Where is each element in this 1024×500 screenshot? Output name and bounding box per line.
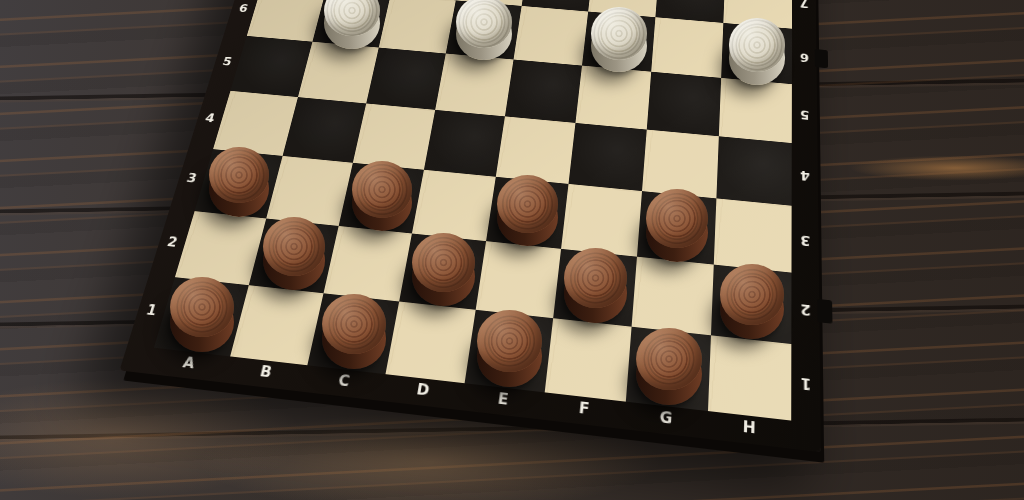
square-g4[interactable]: [642, 130, 719, 199]
square-h4[interactable]: [716, 136, 791, 205]
rank-label-right-5: 5: [792, 84, 818, 145]
brown-checker-face: [564, 248, 628, 308]
rank-label-right-2: 2: [791, 273, 819, 348]
brown-checker-face: [352, 161, 413, 218]
brown-checker-face: [170, 277, 234, 337]
square-g6[interactable]: [651, 17, 723, 78]
brown-checker-face: [322, 294, 387, 355]
piece-white-f6[interactable]: [591, 7, 647, 73]
brown-checker-face: [646, 189, 708, 247]
white-checker-face: [591, 7, 647, 60]
piece-brown-g1[interactable]: [636, 328, 702, 405]
square-b4[interactable]: [283, 97, 367, 163]
square-b5[interactable]: [298, 42, 379, 104]
square-d3[interactable]: [412, 170, 496, 241]
square-c2[interactable]: [324, 226, 412, 302]
square-e6[interactable]: [514, 6, 589, 66]
square-f5[interactable]: [575, 66, 651, 130]
board-hinge-clasp-bottom: [817, 299, 832, 324]
brown-checker-face: [636, 328, 702, 390]
rank-labels-right: 87654321: [791, 0, 820, 424]
square-h3[interactable]: [714, 198, 792, 272]
square-c6[interactable]: [379, 0, 456, 54]
rank-label-right-1: 1: [791, 344, 820, 424]
piece-brown-e3[interactable]: [497, 175, 558, 246]
piece-brown-f2[interactable]: [564, 248, 628, 322]
brown-checker-face: [209, 147, 269, 203]
piece-brown-a1[interactable]: [170, 277, 234, 352]
brown-checker-face: [263, 217, 325, 275]
piece-brown-g3[interactable]: [646, 189, 708, 261]
piece-brown-e1[interactable]: [477, 310, 542, 386]
square-e4[interactable]: [496, 116, 576, 184]
square-d4[interactable]: [424, 110, 505, 177]
square-c5[interactable]: [366, 48, 446, 110]
square-g2[interactable]: [632, 257, 714, 336]
piece-brown-b2[interactable]: [263, 217, 325, 290]
brown-checker-face: [412, 233, 475, 292]
square-d5[interactable]: [435, 54, 513, 117]
rank-label-right-7: 7: [792, 0, 816, 31]
rank-label-right-6: 6: [792, 29, 817, 87]
piece-white-d6[interactable]: [456, 0, 512, 60]
rank-label-right-4: 4: [792, 143, 819, 208]
board-hinge-clasp-top: [815, 49, 828, 68]
piece-white-b6[interactable]: [324, 0, 379, 49]
square-d1[interactable]: [385, 301, 475, 383]
square-e2[interactable]: [476, 241, 561, 318]
square-f3[interactable]: [561, 184, 642, 257]
square-e5[interactable]: [505, 60, 582, 123]
piece-brown-d2[interactable]: [412, 233, 475, 306]
brown-checker-face: [720, 264, 784, 325]
square-h1[interactable]: [708, 335, 791, 420]
square-g5[interactable]: [647, 72, 721, 137]
square-f1[interactable]: [545, 318, 632, 401]
wood-table-scene: ABCDEFGH 87654321 87654321: [0, 0, 1024, 500]
rank-label-right-3: 3: [791, 206, 818, 276]
brown-checker-face: [497, 175, 558, 233]
square-f4[interactable]: [568, 123, 646, 191]
piece-brown-c3[interactable]: [352, 161, 413, 232]
white-checker-face: [729, 18, 786, 71]
brown-checker-face: [477, 310, 542, 372]
piece-white-h6[interactable]: [729, 18, 786, 84]
piece-brown-h2[interactable]: [720, 264, 784, 339]
piece-brown-c1[interactable]: [322, 294, 387, 369]
square-h5[interactable]: [719, 78, 792, 143]
piece-brown-a3[interactable]: [209, 147, 269, 217]
